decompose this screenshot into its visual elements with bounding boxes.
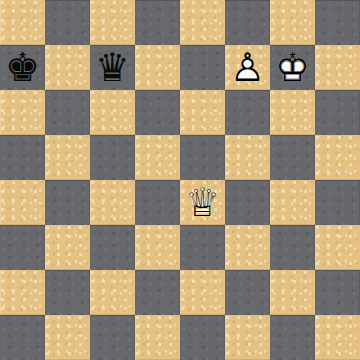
square-c6[interactable] [90,90,135,135]
square-f6[interactable] [225,90,270,135]
square-g7[interactable]: ♚♔ [270,45,315,90]
square-d7[interactable] [135,45,180,90]
square-f4[interactable] [225,180,270,225]
square-a4[interactable] [0,180,45,225]
square-g6[interactable] [270,90,315,135]
square-e7[interactable] [180,45,225,90]
square-f8[interactable] [225,0,270,45]
square-b3[interactable] [45,225,90,270]
square-e3[interactable] [180,225,225,270]
square-d8[interactable] [135,0,180,45]
square-g5[interactable] [270,135,315,180]
square-g2[interactable] [270,270,315,315]
square-b2[interactable] [45,270,90,315]
square-c5[interactable] [90,135,135,180]
square-g1[interactable] [270,315,315,360]
square-h4[interactable] [315,180,360,225]
piece-white-pawn[interactable]: ♟♙ [225,45,270,90]
square-h7[interactable] [315,45,360,90]
square-b5[interactable] [45,135,90,180]
square-c2[interactable] [90,270,135,315]
square-h3[interactable] [315,225,360,270]
square-a3[interactable] [0,225,45,270]
square-g8[interactable] [270,0,315,45]
piece-black-queen[interactable]: ♛♕ [90,45,135,90]
square-b7[interactable] [45,45,90,90]
square-f5[interactable] [225,135,270,180]
square-h2[interactable] [315,270,360,315]
square-e2[interactable] [180,270,225,315]
square-b4[interactable] [45,180,90,225]
white-pawn-outline: ♙ [225,45,270,90]
square-c3[interactable] [90,225,135,270]
square-d4[interactable] [135,180,180,225]
square-d5[interactable] [135,135,180,180]
square-d1[interactable] [135,315,180,360]
square-e1[interactable] [180,315,225,360]
black-queen-glyph: ♛ [90,45,135,90]
square-f3[interactable] [225,225,270,270]
square-a1[interactable] [0,315,45,360]
square-e5[interactable] [180,135,225,180]
square-b8[interactable] [45,0,90,45]
square-c8[interactable] [90,0,135,45]
square-g3[interactable] [270,225,315,270]
white-king-outline: ♔ [270,45,315,90]
square-e8[interactable] [180,0,225,45]
square-a2[interactable] [0,270,45,315]
square-h5[interactable] [315,135,360,180]
square-a6[interactable] [0,90,45,135]
square-f1[interactable] [225,315,270,360]
white-queen-outline: ♕ [180,180,225,225]
square-h8[interactable] [315,0,360,45]
square-g4[interactable] [270,180,315,225]
square-a7[interactable]: ♚♔ [0,45,45,90]
piece-black-king[interactable]: ♚♔ [0,45,45,90]
square-c1[interactable] [90,315,135,360]
square-e4[interactable]: ♛♕ [180,180,225,225]
square-b6[interactable] [45,90,90,135]
piece-white-king[interactable]: ♚♔ [270,45,315,90]
black-king-glyph: ♚ [0,45,45,90]
piece-white-queen[interactable]: ♛♕ [180,180,225,225]
chess-board: ♚♔♛♕♟♙♚♔♛♕ [0,0,360,360]
square-d2[interactable] [135,270,180,315]
square-a8[interactable] [0,0,45,45]
square-h6[interactable] [315,90,360,135]
square-b1[interactable] [45,315,90,360]
square-f7[interactable]: ♟♙ [225,45,270,90]
square-a5[interactable] [0,135,45,180]
square-h1[interactable] [315,315,360,360]
square-e6[interactable] [180,90,225,135]
square-f2[interactable] [225,270,270,315]
square-d6[interactable] [135,90,180,135]
square-c7[interactable]: ♛♕ [90,45,135,90]
square-c4[interactable] [90,180,135,225]
square-d3[interactable] [135,225,180,270]
